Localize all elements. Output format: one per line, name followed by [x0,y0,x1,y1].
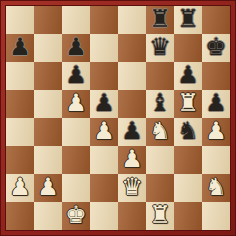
square-d8[interactable] [90,6,118,34]
square-b1[interactable] [34,202,62,230]
piece-white-rook[interactable]: ♜ [177,90,199,117]
piece-white-knight[interactable]: ♞ [205,174,227,201]
piece-white-pawn[interactable]: ♟ [65,90,87,117]
chess-board: ♜♜♟♟♛♚♟♟♟♟♝♜♟♟♟♞♞♟♟♟♟♛♞♚♜ [6,6,230,230]
piece-white-pawn[interactable]: ♟ [121,146,143,173]
piece-black-king[interactable]: ♚ [205,34,227,61]
square-d7[interactable] [90,34,118,62]
piece-white-rook[interactable]: ♜ [149,202,171,229]
square-d3[interactable] [90,146,118,174]
square-b2[interactable]: ♟ [34,174,62,202]
piece-black-pawn[interactable]: ♟ [9,34,31,61]
square-f4[interactable]: ♞ [146,118,174,146]
piece-black-pawn[interactable]: ♟ [121,118,143,145]
square-g1[interactable] [174,202,202,230]
square-c5[interactable]: ♟ [62,90,90,118]
piece-black-queen[interactable]: ♛ [149,34,171,61]
piece-black-knight[interactable]: ♞ [177,118,199,145]
square-c2[interactable] [62,174,90,202]
piece-black-rook[interactable]: ♜ [149,6,171,33]
square-g4[interactable]: ♞ [174,118,202,146]
square-e1[interactable] [118,202,146,230]
square-a5[interactable] [6,90,34,118]
square-f2[interactable] [146,174,174,202]
square-h4[interactable]: ♟ [202,118,230,146]
piece-black-bishop[interactable]: ♝ [149,90,171,117]
square-b5[interactable] [34,90,62,118]
square-e6[interactable] [118,62,146,90]
square-a8[interactable] [6,6,34,34]
piece-white-pawn[interactable]: ♟ [9,174,31,201]
square-d1[interactable] [90,202,118,230]
square-d2[interactable] [90,174,118,202]
square-e4[interactable]: ♟ [118,118,146,146]
square-h6[interactable] [202,62,230,90]
square-e7[interactable] [118,34,146,62]
square-e8[interactable] [118,6,146,34]
square-d5[interactable]: ♟ [90,90,118,118]
square-e2[interactable]: ♛ [118,174,146,202]
square-h3[interactable] [202,146,230,174]
square-a1[interactable] [6,202,34,230]
square-a6[interactable] [6,62,34,90]
square-f3[interactable] [146,146,174,174]
piece-white-pawn[interactable]: ♟ [93,118,115,145]
square-g6[interactable]: ♟ [174,62,202,90]
square-g8[interactable]: ♜ [174,6,202,34]
piece-black-rook[interactable]: ♜ [177,6,199,33]
square-f6[interactable] [146,62,174,90]
square-b4[interactable] [34,118,62,146]
piece-black-pawn[interactable]: ♟ [205,90,227,117]
square-g5[interactable]: ♜ [174,90,202,118]
square-h7[interactable]: ♚ [202,34,230,62]
square-a4[interactable] [6,118,34,146]
square-f7[interactable]: ♛ [146,34,174,62]
square-f1[interactable]: ♜ [146,202,174,230]
square-c6[interactable]: ♟ [62,62,90,90]
square-a3[interactable] [6,146,34,174]
piece-white-pawn[interactable]: ♟ [37,174,59,201]
square-h2[interactable]: ♞ [202,174,230,202]
square-g3[interactable] [174,146,202,174]
square-f5[interactable]: ♝ [146,90,174,118]
piece-black-pawn[interactable]: ♟ [177,62,199,89]
square-g2[interactable] [174,174,202,202]
square-c7[interactable]: ♟ [62,34,90,62]
square-d4[interactable]: ♟ [90,118,118,146]
piece-white-king[interactable]: ♚ [65,202,87,229]
piece-white-queen[interactable]: ♛ [121,174,143,201]
square-g7[interactable] [174,34,202,62]
square-c1[interactable]: ♚ [62,202,90,230]
square-e5[interactable] [118,90,146,118]
square-h1[interactable] [202,202,230,230]
piece-black-pawn[interactable]: ♟ [65,34,87,61]
square-c3[interactable] [62,146,90,174]
square-h8[interactable] [202,6,230,34]
square-b3[interactable] [34,146,62,174]
square-a7[interactable]: ♟ [6,34,34,62]
square-c4[interactable] [62,118,90,146]
square-b8[interactable] [34,6,62,34]
board-frame: ♜♜♟♟♛♚♟♟♟♟♝♜♟♟♟♞♞♟♟♟♟♛♞♚♜ [0,0,236,236]
square-e3[interactable]: ♟ [118,146,146,174]
piece-black-pawn[interactable]: ♟ [65,62,87,89]
piece-white-pawn[interactable]: ♟ [205,118,227,145]
square-d6[interactable] [90,62,118,90]
square-b7[interactable] [34,34,62,62]
square-c8[interactable] [62,6,90,34]
square-b6[interactable] [34,62,62,90]
square-a2[interactable]: ♟ [6,174,34,202]
piece-black-pawn[interactable]: ♟ [93,90,115,117]
square-f8[interactable]: ♜ [146,6,174,34]
square-h5[interactable]: ♟ [202,90,230,118]
piece-white-knight[interactable]: ♞ [149,118,171,145]
